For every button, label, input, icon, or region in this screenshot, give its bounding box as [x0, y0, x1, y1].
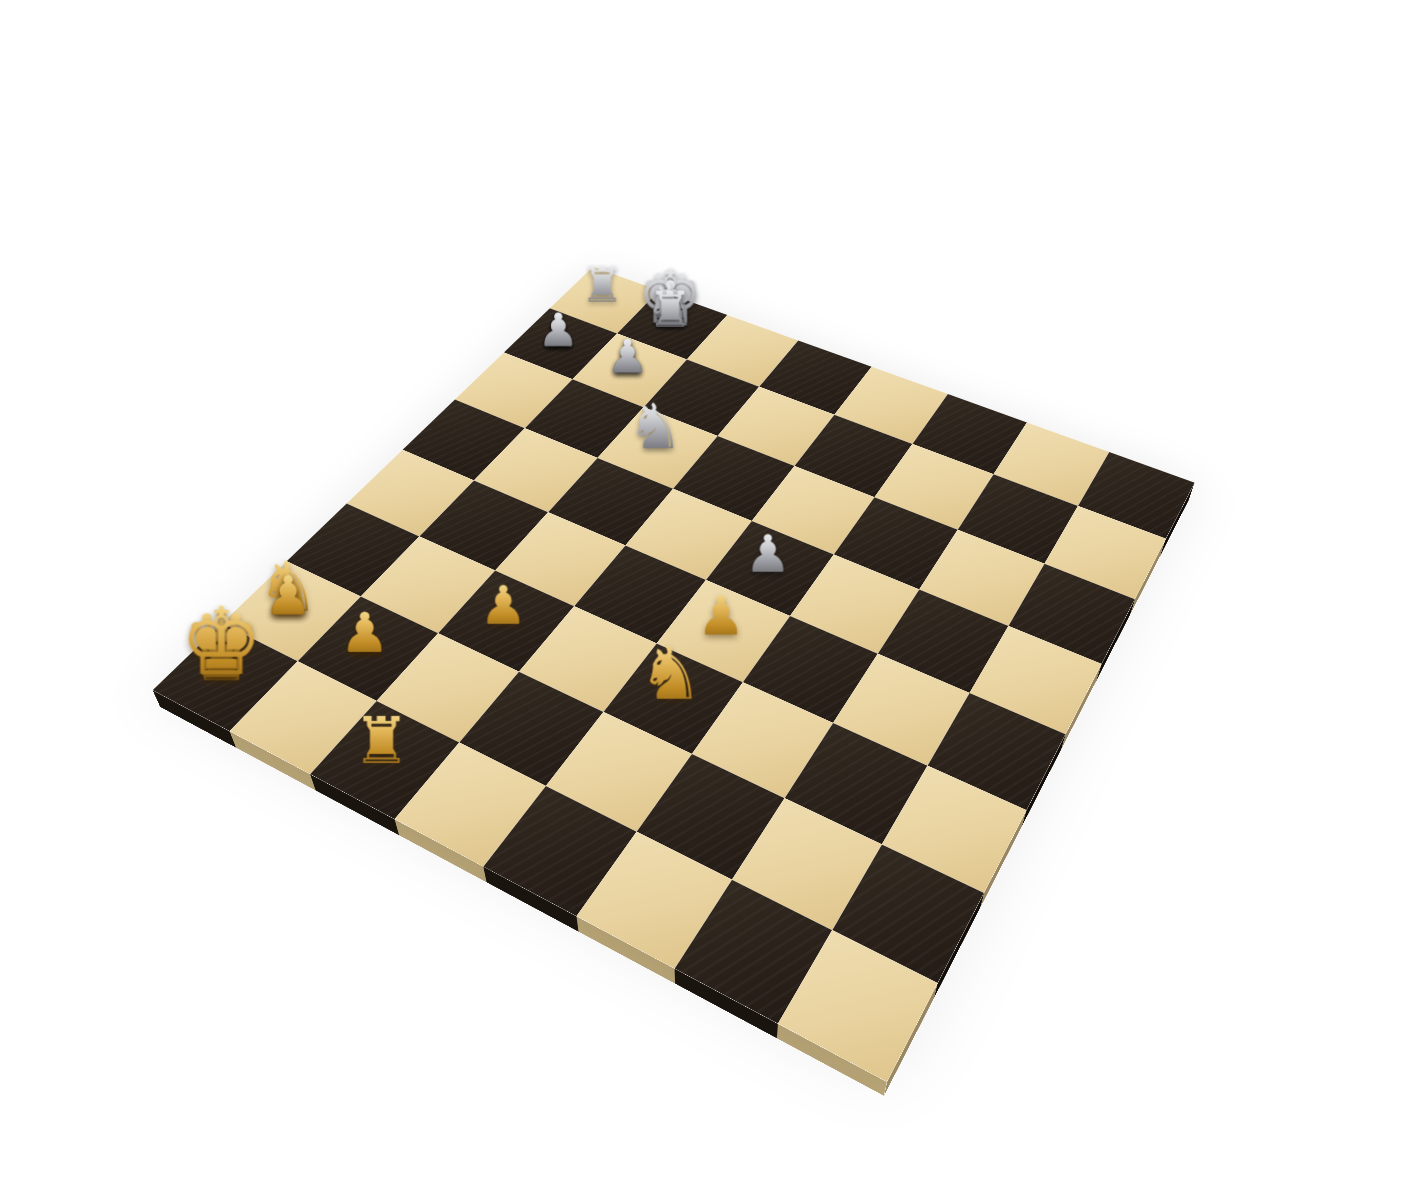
- chess-board-3d: ♜♝♛♚♝♞♜♟♟♟♟♟♟♟♞♟♟♟♞♞♟♟♟♟♟♟♜♝♝♛♚♜: [153, 267, 1195, 1082]
- gold-pawn-b2: ♟: [340, 606, 389, 660]
- gold-knight-e3: ♞: [638, 637, 703, 710]
- chess-photo-scene: ♜♝♛♚♝♞♜♟♟♟♟♟♟♟♞♟♟♟♞♞♟♟♟♟♟♟♜♝♝♛♚♜: [0, 0, 1417, 1191]
- silver-rook-a8: ♜: [580, 260, 623, 308]
- gold-pawn-e4: ♟: [697, 588, 745, 642]
- gold-rook-c1: ♜: [352, 708, 410, 772]
- gold-pawn-c3: ♟: [479, 579, 527, 632]
- chess-board: ♜♝♛♚♝♞♜♟♟♟♟♟♟♟♞♟♟♟♞♞♟♟♟♟♟♟♜♝♝♛♚♜: [153, 267, 1195, 1082]
- gold-pawn-a2: ♟: [264, 569, 312, 622]
- gold-king-a1: ♚: [180, 595, 264, 688]
